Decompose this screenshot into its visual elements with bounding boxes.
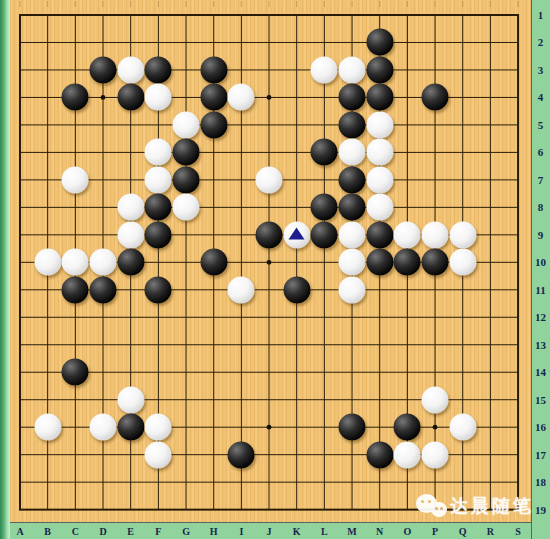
row-label: 8 <box>531 202 550 213</box>
stone-white[interactable] <box>366 139 393 166</box>
row-label: 10 <box>531 257 550 268</box>
row-label: 9 <box>531 230 550 241</box>
stone-black[interactable] <box>145 276 172 303</box>
row-label: 12 <box>531 312 550 323</box>
stone-black[interactable] <box>200 111 227 138</box>
stone-black[interactable] <box>173 139 200 166</box>
row-label: 3 <box>531 65 550 76</box>
stone-white-marked[interactable] <box>283 221 310 248</box>
stone-white[interactable] <box>117 386 144 413</box>
column-label: G <box>176 527 196 537</box>
stone-black[interactable] <box>117 84 144 111</box>
go-game-window: 12345678910111213141516171819 ABCDEFGHIJ… <box>0 0 550 539</box>
stone-black[interactable] <box>62 276 89 303</box>
stone-white[interactable] <box>449 414 476 441</box>
stone-black[interactable] <box>62 84 89 111</box>
column-label: L <box>314 527 334 537</box>
stone-white[interactable] <box>173 111 200 138</box>
stone-white[interactable] <box>422 221 449 248</box>
stone-white[interactable] <box>34 414 61 441</box>
stone-black[interactable] <box>311 194 338 221</box>
watermark: 达晨随笔 <box>414 489 550 523</box>
stone-white[interactable] <box>62 166 89 193</box>
stone-black[interactable] <box>339 166 366 193</box>
stone-white[interactable] <box>62 249 89 276</box>
stone-black[interactable] <box>256 221 283 248</box>
stone-black[interactable] <box>200 249 227 276</box>
wechat-bubble-small <box>431 502 447 517</box>
row-label: 15 <box>531 395 550 406</box>
stone-white[interactable] <box>449 249 476 276</box>
row-label: 4 <box>531 92 550 103</box>
stone-black[interactable] <box>394 249 421 276</box>
stone-black[interactable] <box>394 414 421 441</box>
stone-white[interactable] <box>228 276 255 303</box>
stone-black[interactable] <box>339 414 366 441</box>
stone-white[interactable] <box>145 414 172 441</box>
column-label: B <box>38 527 58 537</box>
stone-black[interactable] <box>200 84 227 111</box>
stone-black[interactable] <box>145 194 172 221</box>
stone-white[interactable] <box>422 386 449 413</box>
stone-white[interactable] <box>422 441 449 468</box>
row-label: 17 <box>531 450 550 461</box>
stone-black[interactable] <box>311 139 338 166</box>
stone-black[interactable] <box>173 166 200 193</box>
stone-black[interactable] <box>200 56 227 83</box>
stone-white[interactable] <box>90 414 117 441</box>
stone-black[interactable] <box>422 84 449 111</box>
row-label: 14 <box>531 367 550 378</box>
column-label: K <box>287 527 307 537</box>
stone-white[interactable] <box>339 249 366 276</box>
stone-black[interactable] <box>422 249 449 276</box>
stone-black[interactable] <box>366 29 393 56</box>
stone-white[interactable] <box>145 84 172 111</box>
column-label: A <box>10 527 30 537</box>
stone-black[interactable] <box>339 84 366 111</box>
stone-white[interactable] <box>394 441 421 468</box>
stone-white[interactable] <box>117 221 144 248</box>
row-label: 2 <box>531 37 550 48</box>
stone-white[interactable] <box>339 276 366 303</box>
stone-white[interactable] <box>256 166 283 193</box>
column-label: I <box>231 527 251 537</box>
stone-white[interactable] <box>366 166 393 193</box>
row-label: 7 <box>531 175 550 186</box>
stone-white[interactable] <box>339 56 366 83</box>
stone-white[interactable] <box>311 56 338 83</box>
row-label: 13 <box>531 340 550 351</box>
stone-black[interactable] <box>283 276 310 303</box>
column-label: J <box>259 527 279 537</box>
row-label: 1 <box>531 10 550 21</box>
row-label: 5 <box>531 120 550 131</box>
row-label: 18 <box>531 477 550 488</box>
stone-black[interactable] <box>117 414 144 441</box>
row-label: 11 <box>531 285 550 296</box>
stone-white[interactable] <box>90 249 117 276</box>
stone-black[interactable] <box>117 249 144 276</box>
wechat-icon <box>414 490 450 522</box>
stone-white[interactable] <box>145 139 172 166</box>
stone-black[interactable] <box>311 221 338 248</box>
column-label: N <box>370 527 390 537</box>
stone-black[interactable] <box>366 249 393 276</box>
watermark-text: 达晨随笔 <box>450 494 534 518</box>
stone-black[interactable] <box>366 221 393 248</box>
row-label: 16 <box>531 422 550 433</box>
stone-black[interactable] <box>228 441 255 468</box>
column-label: C <box>65 527 85 537</box>
stone-white[interactable] <box>173 194 200 221</box>
stone-white[interactable] <box>228 84 255 111</box>
stone-black[interactable] <box>366 84 393 111</box>
stone-black[interactable] <box>339 194 366 221</box>
column-label: D <box>93 527 113 537</box>
stone-white[interactable] <box>366 194 393 221</box>
stone-black[interactable] <box>339 111 366 138</box>
stone-black[interactable] <box>62 359 89 386</box>
stone-black[interactable] <box>366 441 393 468</box>
left-border-strip <box>0 0 10 539</box>
stone-white[interactable] <box>339 221 366 248</box>
column-label: O <box>397 527 417 537</box>
column-label: M <box>342 527 362 537</box>
row-label: 6 <box>531 147 550 158</box>
stone-white[interactable] <box>34 249 61 276</box>
stone-white[interactable] <box>145 441 172 468</box>
stone-white[interactable] <box>449 221 476 248</box>
column-label: S <box>508 527 528 537</box>
column-label: P <box>425 527 445 537</box>
stone-black[interactable] <box>90 276 117 303</box>
stone-black[interactable] <box>145 56 172 83</box>
stone-black[interactable] <box>366 56 393 83</box>
column-label: Q <box>453 527 473 537</box>
stone-white[interactable] <box>117 194 144 221</box>
stone-white[interactable] <box>145 166 172 193</box>
stone-white[interactable] <box>339 139 366 166</box>
triangle-marker <box>289 228 305 240</box>
stone-black[interactable] <box>145 221 172 248</box>
column-label: H <box>204 527 224 537</box>
stone-white[interactable] <box>366 111 393 138</box>
stone-white[interactable] <box>117 56 144 83</box>
stone-black[interactable] <box>90 56 117 83</box>
column-label: R <box>480 527 500 537</box>
column-label: E <box>121 527 141 537</box>
column-label: F <box>148 527 168 537</box>
stone-white[interactable] <box>394 221 421 248</box>
